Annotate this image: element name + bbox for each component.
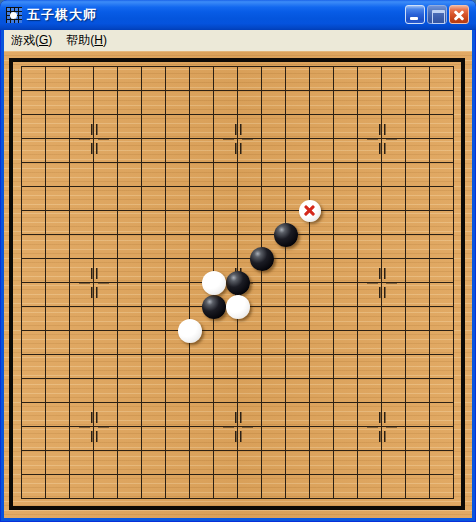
star-point	[367, 268, 397, 298]
star-point	[79, 124, 109, 154]
star-point	[367, 124, 397, 154]
star-point	[223, 124, 253, 154]
title-bar[interactable]: 五子棋大师	[0, 0, 476, 30]
stone-white	[202, 271, 226, 295]
stone-white	[178, 319, 202, 343]
menu-item-help[interactable]: 帮助(H)	[59, 30, 114, 51]
star-point	[79, 412, 109, 442]
star-point	[79, 268, 109, 298]
menu-item-game[interactable]: 游戏(G)	[4, 30, 59, 51]
close-button[interactable]	[449, 5, 469, 24]
minimize-button[interactable]	[405, 5, 425, 24]
star-point	[223, 412, 253, 442]
window-controls	[405, 5, 469, 24]
star-point	[367, 412, 397, 442]
maximize-button	[427, 5, 447, 24]
board-area	[4, 51, 472, 518]
stone-white-marked	[299, 200, 321, 222]
app-window: 五子棋大师 游戏(G)帮助(H)	[0, 0, 476, 522]
stone-black	[202, 295, 226, 319]
stone-black	[250, 247, 274, 271]
app-icon	[6, 7, 22, 23]
stone-black	[226, 271, 250, 295]
board-grid[interactable]	[21, 66, 454, 499]
window-title: 五子棋大师	[27, 6, 97, 24]
stone-white	[226, 295, 250, 319]
menu-bar: 游戏(G)帮助(H)	[4, 30, 472, 51]
stone-black	[274, 223, 298, 247]
